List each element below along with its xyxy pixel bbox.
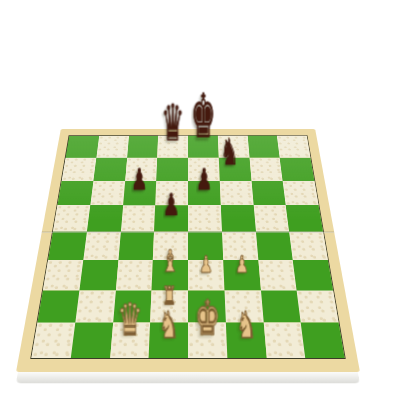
square-c7	[125, 158, 158, 181]
square-g3	[258, 260, 297, 290]
square-a2	[37, 290, 79, 323]
square-g8	[247, 136, 279, 158]
square-g7	[249, 158, 283, 181]
square-e4	[188, 232, 223, 260]
square-c3	[115, 260, 153, 290]
square-f6	[220, 181, 254, 206]
square-e1: ♚	[188, 323, 227, 358]
square-h8	[277, 136, 310, 158]
square-h7	[280, 158, 315, 181]
square-d3: ♝	[152, 260, 188, 290]
square-a7	[62, 158, 97, 181]
square-c5	[120, 205, 155, 231]
square-a6	[57, 181, 93, 206]
square-g5	[253, 205, 289, 231]
square-h5	[286, 205, 323, 231]
square-a1	[31, 323, 75, 358]
square-e2	[188, 290, 226, 323]
square-b3	[79, 260, 118, 290]
square-f7: ♞	[219, 158, 252, 181]
square-d8: ♛	[157, 136, 188, 158]
square-d1: ♞	[149, 323, 188, 358]
square-h6	[283, 181, 319, 206]
square-c6: ♟	[123, 181, 157, 206]
square-d7	[156, 158, 188, 181]
black-king: ♚	[191, 86, 216, 148]
square-h3	[293, 260, 333, 290]
square-c8	[127, 136, 159, 158]
square-e5	[188, 205, 222, 231]
square-f1: ♞	[226, 323, 267, 358]
chess-board: ♛♚♞♟♟♟♝♟♟♜♛♞♚♞	[16, 129, 360, 372]
square-e8: ♚	[188, 136, 219, 158]
square-e6: ♟	[188, 181, 221, 206]
white-knight: ♞	[236, 305, 256, 342]
white-king: ♚	[194, 294, 220, 342]
square-f8	[218, 136, 250, 158]
square-g1	[263, 323, 305, 358]
square-e7	[188, 158, 220, 181]
square-d4	[153, 232, 188, 260]
board-bottom-edge	[16, 372, 360, 384]
square-b5	[87, 205, 123, 231]
square-f4	[222, 232, 258, 260]
white-knight: ♞	[159, 305, 179, 342]
square-b4	[83, 232, 120, 260]
square-e3: ♟	[188, 260, 224, 290]
photo-scene: ♛♚♞♟♟♟♝♟♟♜♛♞♚♞	[0, 0, 400, 400]
square-d5: ♟	[154, 205, 188, 231]
square-c4	[118, 232, 154, 260]
square-f3: ♟	[223, 260, 261, 290]
square-b1	[71, 323, 113, 358]
square-h4	[289, 232, 328, 260]
square-h2	[297, 290, 339, 323]
square-b8	[96, 136, 128, 158]
square-d2: ♜	[150, 290, 188, 323]
square-a8	[66, 136, 99, 158]
square-b7	[93, 158, 127, 181]
square-c1: ♛	[110, 323, 151, 358]
square-a5	[53, 205, 90, 231]
square-f5	[221, 205, 256, 231]
square-a4	[48, 232, 87, 260]
square-g2	[261, 290, 301, 323]
square-d6	[155, 181, 188, 206]
square-h1	[301, 323, 345, 358]
square-a3	[43, 260, 83, 290]
square-b2	[75, 290, 115, 323]
square-g4	[256, 232, 293, 260]
square-g6	[251, 181, 286, 206]
square-f2	[224, 290, 263, 323]
black-queen: ♛	[161, 97, 184, 148]
square-b6	[90, 181, 125, 206]
board-grid: ♛♚♞♟♟♟♝♟♟♜♛♞♚♞	[31, 136, 344, 358]
board-perspective-wrap: ♛♚♞♟♟♟♝♟♟♜♛♞♚♞	[16, 0, 360, 372]
square-c2	[113, 290, 152, 323]
